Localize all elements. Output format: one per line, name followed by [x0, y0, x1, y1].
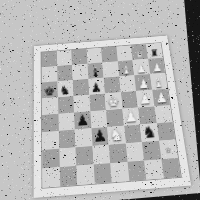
square-e2[interactable]	[109, 143, 127, 163]
square-c2[interactable]	[75, 146, 93, 166]
square-h3[interactable]	[156, 122, 175, 141]
square-g3[interactable]: ♞	[140, 123, 159, 142]
square-e8[interactable]	[101, 47, 117, 63]
piece-white-knight-e3[interactable]: ♞	[108, 127, 124, 144]
square-c5[interactable]	[73, 95, 90, 113]
square-h6[interactable]: ♝	[150, 73, 168, 90]
piece-white-king-e5[interactable]: ♚	[107, 95, 120, 109]
square-b6[interactable]: ♞	[57, 80, 73, 97]
square-d6[interactable]: ♟	[88, 78, 105, 95]
square-d8[interactable]	[86, 48, 102, 64]
piece-black-knight-g3[interactable]: ♞	[142, 124, 158, 141]
piece-white-pawn-f4[interactable]: ♟	[124, 109, 138, 125]
piece-white-bishop-h6[interactable]: ♝	[153, 76, 165, 89]
square-b5[interactable]	[58, 96, 74, 114]
square-e1[interactable]	[110, 162, 129, 182]
piece-white-pawn-g5[interactable]: ♟	[139, 92, 152, 106]
board-grid: ♛♜♝♝♟♟♚♞♟♟♝♚♟♟♟♟♟♞♞♛	[41, 42, 182, 189]
square-a2[interactable]	[42, 149, 59, 169]
board-emblem-crown: ♛	[164, 147, 173, 155]
square-b2[interactable]	[59, 147, 76, 167]
square-b1[interactable]	[59, 166, 77, 187]
square-d2[interactable]	[92, 145, 110, 165]
square-a1[interactable]	[42, 167, 59, 188]
square-a8[interactable]	[41, 51, 56, 67]
square-f1[interactable]	[127, 161, 146, 181]
piece-white-pawn-h7[interactable]: ♟	[152, 62, 162, 73]
square-c8[interactable]	[71, 49, 87, 65]
square-c7[interactable]	[72, 64, 88, 81]
square-e7[interactable]	[102, 61, 119, 77]
square-c4[interactable]: ♟	[74, 111, 91, 129]
square-c6[interactable]	[73, 79, 89, 96]
piece-black-pawn-c4[interactable]: ♟	[75, 113, 89, 129]
piece-black-bishop-d7[interactable]: ♝	[90, 67, 100, 78]
square-b3[interactable]	[58, 130, 75, 149]
square-f8[interactable]	[116, 45, 133, 61]
board-perspective-wrapper: ♛♜♝♝♟♟♚♞♟♟♝♚♟♟♟♟♟♞♞♛	[34, 36, 192, 198]
square-h7[interactable]: ♟	[148, 58, 165, 74]
square-f2[interactable]	[125, 142, 144, 162]
square-b7[interactable]	[57, 65, 73, 82]
piece-black-knight-b6[interactable]: ♞	[59, 84, 71, 97]
square-f6[interactable]	[119, 75, 136, 92]
square-b4[interactable]	[58, 113, 75, 131]
square-a4[interactable]	[42, 114, 58, 132]
piece-black-king-a6[interactable]: ♚	[43, 85, 55, 98]
square-c3[interactable]	[75, 128, 92, 147]
square-d7[interactable]: ♝	[87, 62, 103, 78]
square-b8[interactable]	[56, 50, 72, 66]
square-a6[interactable]: ♚	[42, 81, 58, 98]
square-f4[interactable]: ♟	[122, 107, 140, 125]
square-e3[interactable]: ♞	[107, 126, 125, 145]
square-a7[interactable]	[42, 66, 58, 83]
square-e6[interactable]	[103, 77, 120, 94]
piece-white-pawn-g6[interactable]: ♟	[137, 77, 149, 90]
piece-white-pawn-g7[interactable]: ♟	[136, 63, 146, 74]
board-tilt-wrapper: ♛♜♝♝♟♟♚♞♟♟♝♚♟♟♟♟♟♞♞♛	[19, 0, 191, 198]
piece-black-pawn-d6[interactable]: ♟	[90, 81, 102, 94]
square-f3[interactable]	[124, 124, 142, 143]
square-f7[interactable]: ♝	[117, 60, 134, 76]
square-h5[interactable]: ♟	[152, 89, 170, 107]
square-g5[interactable]: ♟	[136, 90, 154, 108]
square-h2[interactable]: ♛	[159, 140, 178, 160]
square-h8[interactable]: ♜	[146, 43, 163, 59]
piece-white-bishop-f7[interactable]: ♝	[121, 64, 131, 75]
piece-black-pawn-d3[interactable]: ♟	[92, 128, 108, 145]
square-d5[interactable]	[89, 94, 106, 112]
chessboard-photo: ♛♜♝♝♟♟♚♞♟♟♝♚♟♟♟♟♟♞♞♛	[0, 0, 200, 200]
piece-white-queen-g8[interactable]: ♛	[135, 49, 144, 59]
piece-white-pawn-h5[interactable]: ♟	[155, 91, 168, 105]
square-a3[interactable]	[42, 131, 59, 150]
square-a5[interactable]	[42, 97, 58, 115]
square-e5[interactable]: ♚	[105, 92, 122, 110]
square-d1[interactable]	[93, 163, 111, 184]
square-d3[interactable]: ♟	[91, 127, 109, 146]
square-c1[interactable]	[76, 165, 94, 186]
square-h1[interactable]	[161, 158, 181, 178]
chess-board: ♛♜♝♝♟♟♚♞♟♟♝♚♟♟♟♟♟♞♞♛	[34, 36, 192, 198]
square-h4[interactable]	[154, 105, 173, 123]
square-f5[interactable]	[120, 91, 138, 109]
piece-black-rook-h8[interactable]: ♜	[150, 48, 159, 58]
